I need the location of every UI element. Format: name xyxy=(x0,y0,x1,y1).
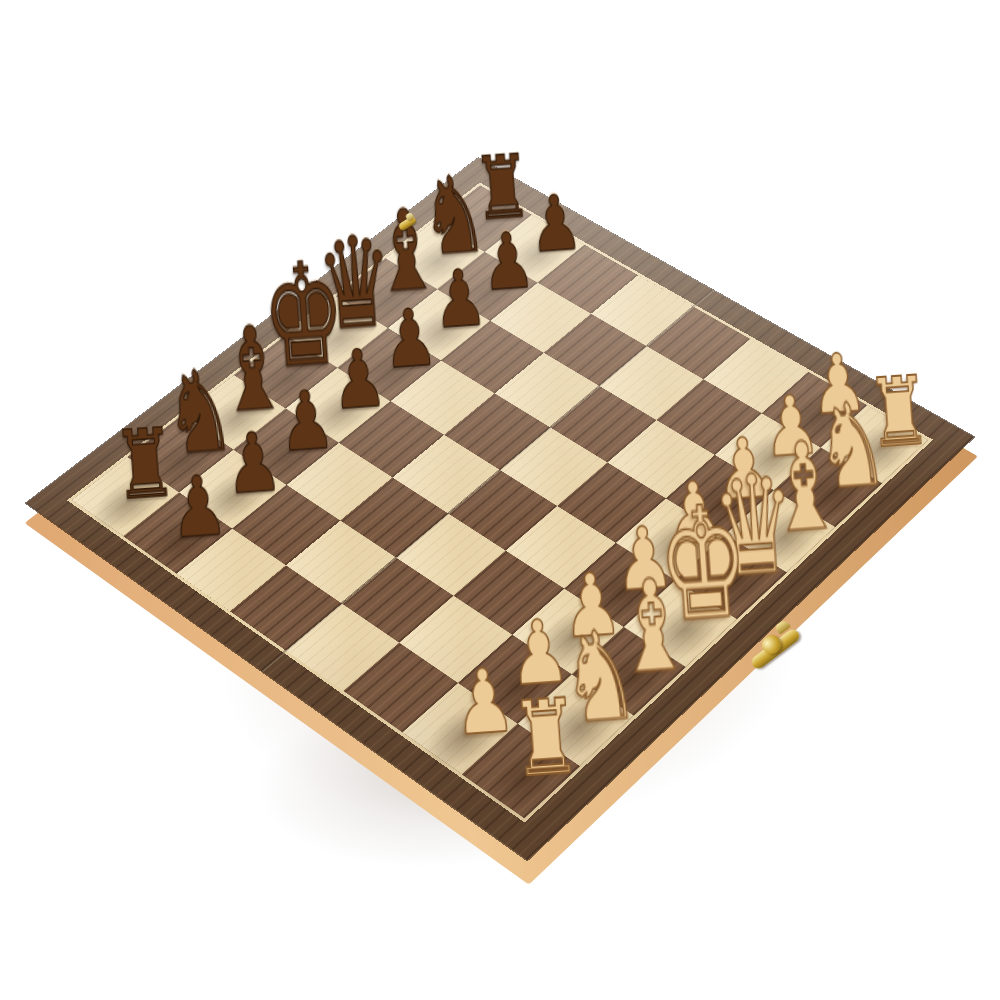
square-a1[interactable]: ♜ xyxy=(462,724,579,818)
photo-background: { "scene": { "type": "product-photo", "b… xyxy=(0,0,1000,1000)
piece-white-rook-a1[interactable]: ♜ xyxy=(419,678,673,798)
piece-black-pawn-a7[interactable]: ♟ xyxy=(82,458,315,557)
